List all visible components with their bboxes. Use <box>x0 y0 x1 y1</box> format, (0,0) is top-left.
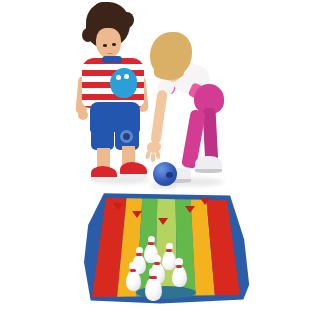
hippo-eye <box>124 74 129 79</box>
girl-finger <box>151 153 155 162</box>
girl-finger <box>145 151 150 160</box>
boy-shorts-patch <box>120 130 133 143</box>
girl-sneaker <box>195 156 222 173</box>
ball-finger-hole <box>166 172 173 178</box>
pin-neck-ring <box>176 265 183 268</box>
pin-neck-ring <box>136 253 142 255</box>
sneaker-sole <box>195 169 222 173</box>
lane-arrow-marker <box>158 218 168 225</box>
pin-neck-ring <box>154 262 161 265</box>
bowling-pin <box>172 258 187 287</box>
pin-neck-ring <box>149 276 157 279</box>
bowling-pin <box>126 262 141 291</box>
bowling-ball <box>153 162 177 186</box>
girl-finger <box>155 151 160 160</box>
boy-hair-curl <box>94 2 112 16</box>
pin-body <box>126 270 141 291</box>
lane-arrow-marker <box>132 211 142 218</box>
pin-body <box>172 266 187 287</box>
girl <box>142 30 228 186</box>
boy-hand-left <box>78 110 88 120</box>
pin-neck-ring <box>166 249 172 251</box>
boy-eye <box>112 43 116 46</box>
product-photo <box>0 0 312 312</box>
pin-body <box>145 277 162 301</box>
bowling-pin <box>145 268 162 301</box>
pin-neck-ring <box>148 242 154 244</box>
girl-hair-strand <box>154 64 184 80</box>
lane-arrow-marker <box>200 198 210 205</box>
girl-reaching-arm <box>150 90 167 145</box>
patch-motif <box>123 133 130 140</box>
boy-hair-curl <box>120 12 134 28</box>
boy-shorts-leg <box>91 128 114 150</box>
boy-eye <box>103 44 107 47</box>
lane-arrow-marker <box>185 206 195 213</box>
hippo-eye <box>116 75 121 80</box>
lane-arrow-marker <box>113 203 123 210</box>
pin-neck-ring <box>130 269 137 272</box>
boy-hair-curl <box>82 28 94 42</box>
boy-shirt-hippo-print <box>110 68 137 98</box>
boy-red-sneaker <box>91 166 117 182</box>
boy-shirt-collar <box>102 56 122 63</box>
sneaker-sole <box>91 177 117 182</box>
